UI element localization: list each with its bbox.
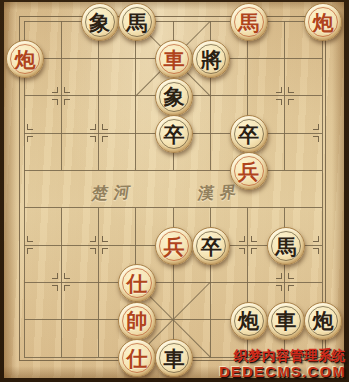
- piece-glyph: 炮: [313, 12, 334, 33]
- piece-glyph: 馬: [275, 236, 296, 257]
- piece-glyph: 兵: [164, 236, 185, 257]
- piece-black-elephant[interactable]: 象: [81, 3, 119, 41]
- xiangqi-board[interactable]: 楚河 漢界 象馬馬炮炮車將象卒卒兵兵卒馬仕帥炮車炮仕車: [4, 2, 344, 378]
- piece-glyph: 炮: [15, 49, 36, 70]
- piece-red-soldier[interactable]: 兵: [230, 152, 268, 190]
- piece-glyph: 仕: [126, 348, 147, 369]
- grid-line: [61, 21, 62, 170]
- board-grid: 楚河 漢界 象馬馬炮炮車將象卒卒兵兵卒馬仕帥炮車炮仕車: [4, 2, 344, 378]
- piece-glyph: 將: [201, 49, 222, 70]
- piece-red-advisor[interactable]: 仕: [118, 339, 156, 377]
- piece-black-chariot[interactable]: 車: [267, 302, 305, 340]
- piece-glyph: 馬: [238, 12, 259, 33]
- piece-glyph: 車: [164, 49, 185, 70]
- piece-glyph: 卒: [238, 124, 259, 145]
- piece-glyph: 卒: [201, 236, 222, 257]
- piece-black-elephant[interactable]: 象: [155, 78, 193, 116]
- piece-glyph: 車: [275, 310, 296, 331]
- grid-line: [61, 208, 62, 357]
- piece-glyph: 炮: [313, 310, 334, 331]
- piece-red-soldier[interactable]: 兵: [155, 227, 193, 265]
- grid-line: [284, 21, 285, 170]
- piece-black-cannon[interactable]: 炮: [304, 302, 342, 340]
- piece-black-soldier[interactable]: 卒: [155, 115, 193, 153]
- grid-line: [98, 208, 99, 357]
- piece-black-horse[interactable]: 馬: [118, 3, 156, 41]
- piece-glyph: 車: [164, 348, 185, 369]
- piece-black-cannon[interactable]: 炮: [230, 302, 268, 340]
- piece-glyph: 馬: [126, 12, 147, 33]
- xiangqi-game-screen: 楚河 漢界 象馬馬炮炮車將象卒卒兵兵卒馬仕帥炮車炮仕車 织梦内容管理系统 DED…: [0, 0, 349, 382]
- piece-glyph: 帥: [126, 310, 147, 331]
- piece-glyph: 象: [89, 12, 110, 33]
- piece-glyph: 象: [164, 86, 185, 107]
- grid-line: [98, 21, 99, 170]
- piece-black-horse[interactable]: 馬: [267, 227, 305, 265]
- piece-glyph: 兵: [238, 161, 259, 182]
- piece-black-soldier[interactable]: 卒: [230, 115, 268, 153]
- piece-glyph: 炮: [238, 310, 259, 331]
- piece-glyph: 卒: [164, 124, 185, 145]
- piece-red-general[interactable]: 帥: [118, 302, 156, 340]
- piece-black-chariot[interactable]: 車: [155, 339, 193, 377]
- piece-glyph: 仕: [126, 273, 147, 294]
- piece-red-cannon[interactable]: 炮: [304, 3, 342, 41]
- piece-red-advisor[interactable]: 仕: [118, 264, 156, 302]
- piece-red-horse[interactable]: 馬: [230, 3, 268, 41]
